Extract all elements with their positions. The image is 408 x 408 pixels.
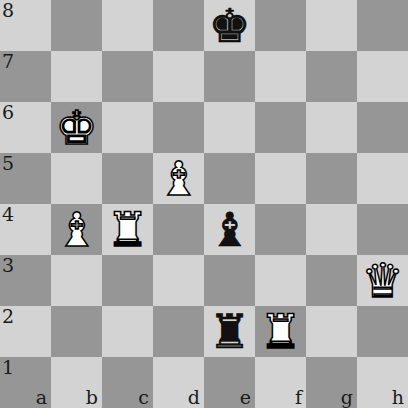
square-e1[interactable] (204, 357, 255, 408)
square-f2[interactable]: ♜ (255, 306, 306, 357)
square-c3[interactable] (102, 255, 153, 306)
square-b1[interactable] (51, 357, 102, 408)
piece-black-rook[interactable]: ♜ (204, 306, 255, 357)
square-a5[interactable] (0, 153, 51, 204)
square-g4[interactable] (306, 204, 357, 255)
square-c1[interactable] (102, 357, 153, 408)
square-f8[interactable] (255, 0, 306, 51)
piece-white-bishop[interactable]: ♝ (153, 153, 204, 204)
square-f4[interactable] (255, 204, 306, 255)
square-e3[interactable] (204, 255, 255, 306)
square-d1[interactable] (153, 357, 204, 408)
square-c5[interactable] (102, 153, 153, 204)
square-c2[interactable] (102, 306, 153, 357)
square-b7[interactable] (51, 51, 102, 102)
square-a7[interactable] (0, 51, 51, 102)
square-d7[interactable] (153, 51, 204, 102)
square-g6[interactable] (306, 102, 357, 153)
square-h4[interactable] (357, 204, 408, 255)
square-h8[interactable] (357, 0, 408, 51)
piece-white-bishop[interactable]: ♝ (51, 204, 102, 255)
square-d6[interactable] (153, 102, 204, 153)
square-a6[interactable] (0, 102, 51, 153)
square-b2[interactable] (51, 306, 102, 357)
square-g5[interactable] (306, 153, 357, 204)
square-a1[interactable] (0, 357, 51, 408)
square-e5[interactable] (204, 153, 255, 204)
chess-board: ♚♚♝♝♜♝♛♜♜87654321abcdefgh (0, 0, 408, 408)
square-e4[interactable]: ♝ (204, 204, 255, 255)
square-c8[interactable] (102, 0, 153, 51)
square-f7[interactable] (255, 51, 306, 102)
square-e7[interactable] (204, 51, 255, 102)
piece-white-queen[interactable]: ♛ (357, 255, 408, 306)
square-d2[interactable] (153, 306, 204, 357)
square-d3[interactable] (153, 255, 204, 306)
square-a2[interactable] (0, 306, 51, 357)
square-b3[interactable] (51, 255, 102, 306)
square-c4[interactable]: ♜ (102, 204, 153, 255)
square-a8[interactable] (0, 0, 51, 51)
square-h6[interactable] (357, 102, 408, 153)
square-b8[interactable] (51, 0, 102, 51)
square-h3[interactable]: ♛ (357, 255, 408, 306)
square-h5[interactable] (357, 153, 408, 204)
square-g7[interactable] (306, 51, 357, 102)
piece-black-bishop[interactable]: ♝ (204, 204, 255, 255)
square-e2[interactable]: ♜ (204, 306, 255, 357)
square-g8[interactable] (306, 0, 357, 51)
piece-black-king[interactable]: ♚ (204, 0, 255, 51)
square-b5[interactable] (51, 153, 102, 204)
square-d4[interactable] (153, 204, 204, 255)
piece-white-rook[interactable]: ♜ (102, 204, 153, 255)
square-a3[interactable] (0, 255, 51, 306)
square-a4[interactable] (0, 204, 51, 255)
square-c7[interactable] (102, 51, 153, 102)
square-f1[interactable] (255, 357, 306, 408)
square-f6[interactable] (255, 102, 306, 153)
square-b6[interactable]: ♚ (51, 102, 102, 153)
square-f3[interactable] (255, 255, 306, 306)
square-h7[interactable] (357, 51, 408, 102)
square-c6[interactable] (102, 102, 153, 153)
square-h1[interactable] (357, 357, 408, 408)
square-b4[interactable]: ♝ (51, 204, 102, 255)
square-h2[interactable] (357, 306, 408, 357)
square-f5[interactable] (255, 153, 306, 204)
square-g2[interactable] (306, 306, 357, 357)
square-g3[interactable] (306, 255, 357, 306)
square-g1[interactable] (306, 357, 357, 408)
piece-white-king[interactable]: ♚ (51, 102, 102, 153)
square-d8[interactable] (153, 0, 204, 51)
square-e8[interactable]: ♚ (204, 0, 255, 51)
piece-white-rook[interactable]: ♜ (255, 306, 306, 357)
square-e6[interactable] (204, 102, 255, 153)
square-d5[interactable]: ♝ (153, 153, 204, 204)
